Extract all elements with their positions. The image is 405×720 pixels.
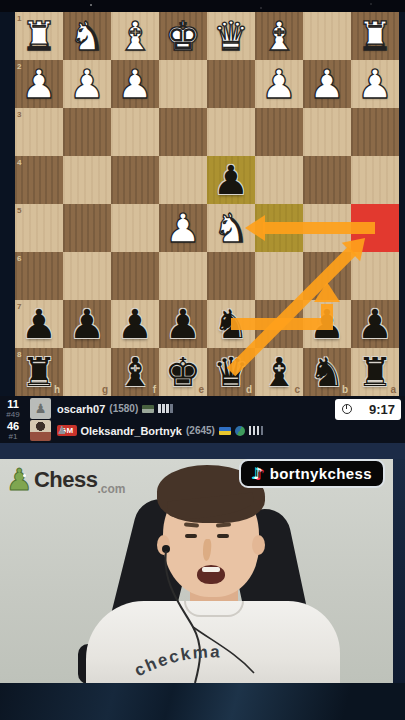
- player-line: oscarh07 (1580): [57, 403, 173, 415]
- file-label: f: [153, 384, 156, 395]
- square-f3[interactable]: [111, 108, 159, 156]
- clock-white-active: 9:17: [335, 399, 401, 420]
- ukraine-flag-icon: [219, 427, 231, 435]
- piece-bQ-d8[interactable]: ♛: [213, 348, 249, 396]
- chesscom-brand-text: Chess: [34, 465, 98, 495]
- square-f5[interactable]: [111, 204, 159, 252]
- rank-label: 2: [17, 62, 21, 71]
- square-d4[interactable]: ♟: [207, 156, 255, 204]
- piece-bP-e7[interactable]: ♟: [165, 300, 201, 348]
- square-g5[interactable]: [63, 204, 111, 252]
- square-e5[interactable]: ♟: [159, 204, 207, 252]
- square-e7[interactable]: ♟: [159, 300, 207, 348]
- clock-time: 9:17: [369, 402, 395, 417]
- piece-bP-d4[interactable]: ♟: [213, 156, 249, 204]
- square-h7[interactable]: 7♟: [15, 300, 63, 348]
- chesscom-tld-text: .com: [97, 474, 125, 504]
- right-background-strip: [393, 459, 405, 683]
- square-b5[interactable]: [303, 204, 351, 252]
- file-label: h: [54, 384, 60, 395]
- piece-wP-e5[interactable]: ♟: [165, 204, 201, 252]
- square-h4[interactable]: 4: [15, 156, 63, 204]
- square-e6[interactable]: [159, 252, 207, 300]
- square-f7[interactable]: ♟: [111, 300, 159, 348]
- score-value: 46: [0, 421, 26, 432]
- piece-bK-e8[interactable]: ♚: [165, 348, 201, 396]
- connection-bars-icon: [158, 404, 173, 413]
- earbud-icon: [162, 545, 170, 553]
- avatar-pawn-icon: ♟: [35, 402, 47, 415]
- chesscom-logo: ♟ Chess .com: [6, 465, 125, 504]
- piece-bP-a7[interactable]: ♟: [357, 300, 393, 348]
- top-background-band: [0, 0, 405, 12]
- file-label: e: [198, 384, 204, 395]
- square-a1[interactable]: ♜: [351, 12, 399, 60]
- square-b8[interactable]: b♞: [303, 348, 351, 396]
- chess-board: 1♜♞♝♚♛♝♜2♟♟♟♟♟♟34♟5♟♞67♟♟♟♟♞♟♟8h♜gf♝e♚d♛…: [15, 12, 399, 396]
- square-a3[interactable]: [351, 108, 399, 156]
- score-column: 46 #1: [0, 421, 26, 441]
- piece-wB-c1[interactable]: ♝: [261, 12, 297, 60]
- square-f4[interactable]: [111, 156, 159, 204]
- square-f1[interactable]: ♝: [111, 12, 159, 60]
- square-g7[interactable]: ♟: [63, 300, 111, 348]
- square-a8[interactable]: a♜: [351, 348, 399, 396]
- square-g4[interactable]: [63, 156, 111, 204]
- piece-wP-h2[interactable]: ♟: [21, 60, 57, 108]
- piece-bP-h7[interactable]: ♟: [21, 300, 57, 348]
- rank-label: 3: [17, 110, 21, 119]
- square-b3[interactable]: [303, 108, 351, 156]
- player-info-bars: 11 #49 ♟ oscarh07 (1580) 9:17 46 #1: [0, 396, 405, 443]
- piece-wP-f2[interactable]: ♟: [117, 60, 153, 108]
- video-frame: 1♜♞♝♚♛♝♜2♟♟♟♟♟♟34♟5♟♞67♟♟♟♟♞♟♟8h♜gf♝e♚d♛…: [0, 0, 405, 720]
- tiktok-handle: bortnykchess: [270, 465, 372, 482]
- piece-wK-e1[interactable]: ♚: [165, 12, 201, 60]
- square-f2[interactable]: ♟: [111, 60, 159, 108]
- square-g8[interactable]: g: [63, 348, 111, 396]
- square-d3[interactable]: [207, 108, 255, 156]
- piece-bP-f7[interactable]: ♟: [117, 300, 153, 348]
- square-c4[interactable]: [255, 156, 303, 204]
- piece-wP-c2[interactable]: ♟: [261, 60, 297, 108]
- square-b6[interactable]: [303, 252, 351, 300]
- white-side-pawn-icon: ♟: [57, 425, 67, 436]
- player-rating: (2645): [186, 425, 215, 436]
- player-rating: (1580): [109, 403, 138, 414]
- leaderboard-rank: #49: [0, 411, 26, 419]
- square-d5[interactable]: ♞: [207, 204, 255, 252]
- eye: [217, 534, 229, 538]
- rank-label: 6: [17, 254, 21, 263]
- square-b4[interactable]: [303, 156, 351, 204]
- square-h5[interactable]: 5: [15, 204, 63, 252]
- piece-wN-g1[interactable]: ♞: [69, 12, 105, 60]
- square-d8[interactable]: d♛: [207, 348, 255, 396]
- star-dot: [370, 3, 372, 5]
- square-e2[interactable]: [159, 60, 207, 108]
- square-e4[interactable]: [159, 156, 207, 204]
- globe-league-icon: [235, 426, 245, 436]
- tshirt-collar: [184, 601, 244, 617]
- square-f6[interactable]: [111, 252, 159, 300]
- rank-label: 5: [17, 206, 21, 215]
- player-line: GM Oleksandr_Bortnyk (2645): [57, 425, 263, 437]
- piece-bB-f8[interactable]: ♝: [117, 348, 153, 396]
- square-c7[interactable]: [255, 300, 303, 348]
- square-a6[interactable]: [351, 252, 399, 300]
- piece-bR-h8[interactable]: ♜: [21, 348, 57, 396]
- piece-bN-b8[interactable]: ♞: [309, 348, 345, 396]
- square-h2[interactable]: 2♟: [15, 60, 63, 108]
- file-label: d: [246, 384, 252, 395]
- board-grid: 1♜♞♝♚♛♝♜2♟♟♟♟♟♟34♟5♟♞67♟♟♟♟♞♟♟8h♜gf♝e♚d♛…: [15, 12, 399, 396]
- piece-bN-d7[interactable]: ♞: [213, 300, 249, 348]
- square-c5[interactable]: [255, 204, 303, 252]
- piece-wP-g2[interactable]: ♟: [69, 60, 105, 108]
- tiktok-note-icon: ♪: [252, 466, 262, 482]
- ear: [252, 535, 265, 555]
- piece-wN-d5[interactable]: ♞: [213, 204, 249, 252]
- square-d7[interactable]: ♞: [207, 300, 255, 348]
- clock-icon: [342, 404, 352, 414]
- square-c6[interactable]: [255, 252, 303, 300]
- avatar: [30, 420, 51, 441]
- square-h1[interactable]: 1♜: [15, 12, 63, 60]
- tiktok-badge: ♪ bortnykchess: [239, 459, 385, 488]
- square-g1[interactable]: ♞: [63, 12, 111, 60]
- connection-bars-icon: [249, 426, 264, 435]
- player-name: oscarh07: [57, 403, 105, 415]
- rank-label: 1: [17, 14, 21, 23]
- square-c2[interactable]: ♟: [255, 60, 303, 108]
- country-flag-icon: [142, 405, 154, 413]
- score-value: 11: [0, 399, 26, 410]
- file-label: a: [390, 384, 396, 395]
- piece-wR-h1[interactable]: ♜: [21, 12, 57, 60]
- score-column: 11 #49: [0, 399, 26, 419]
- square-e3[interactable]: [159, 108, 207, 156]
- piece-wR-a1[interactable]: ♜: [357, 12, 393, 60]
- square-e8[interactable]: e♚: [159, 348, 207, 396]
- piece-bR-a8[interactable]: ♜: [357, 348, 393, 396]
- square-b2[interactable]: ♟: [303, 60, 351, 108]
- file-label: g: [102, 384, 108, 395]
- piece-wP-b2[interactable]: ♟: [309, 60, 345, 108]
- square-a4[interactable]: [351, 156, 399, 204]
- square-c1[interactable]: ♝: [255, 12, 303, 60]
- square-g6[interactable]: [63, 252, 111, 300]
- star-dot: [90, 4, 92, 6]
- webcam-view: checkma ♟ Chess .com ♪ bortnykchess: [0, 459, 393, 683]
- square-a2[interactable]: ♟: [351, 60, 399, 108]
- square-c8[interactable]: c♝: [255, 348, 303, 396]
- player-name: Oleksandr_Bortnyk: [81, 425, 182, 437]
- square-a5[interactable]: [351, 204, 399, 252]
- bottom-foreground-strip: [0, 683, 405, 720]
- square-f8[interactable]: f♝: [111, 348, 159, 396]
- rank-label: 8: [17, 350, 21, 359]
- teeth: [202, 567, 220, 572]
- avatar: ♟: [30, 398, 51, 419]
- rank-label: 7: [17, 302, 21, 311]
- square-h8[interactable]: 8h♜: [15, 348, 63, 396]
- square-h6[interactable]: 6: [15, 252, 63, 300]
- square-d6[interactable]: [207, 252, 255, 300]
- background-band: [0, 443, 405, 459]
- piece-wB-f1[interactable]: ♝: [117, 12, 153, 60]
- player-row-top: 11 #49 ♟ oscarh07 (1580) 9:17: [0, 397, 405, 420]
- square-g3[interactable]: [63, 108, 111, 156]
- piece-bP-g7[interactable]: ♟: [69, 300, 105, 348]
- square-a7[interactable]: ♟: [351, 300, 399, 348]
- piece-bP-b7[interactable]: ♟: [309, 300, 345, 348]
- piece-wP-a2[interactable]: ♟: [357, 60, 393, 108]
- piece-wQ-d1[interactable]: ♛: [213, 12, 249, 60]
- leaderboard-rank: #1: [0, 433, 26, 441]
- file-label: b: [342, 384, 348, 395]
- chesscom-pawn-mascot-icon: ♟: [6, 465, 33, 495]
- star-dot: [260, 7, 262, 9]
- eye: [185, 534, 197, 538]
- square-b1[interactable]: [303, 12, 351, 60]
- square-h3[interactable]: 3: [15, 108, 63, 156]
- square-e1[interactable]: ♚: [159, 12, 207, 60]
- square-d2[interactable]: [207, 60, 255, 108]
- square-b7[interactable]: ♟: [303, 300, 351, 348]
- square-c3[interactable]: [255, 108, 303, 156]
- file-label: c: [294, 384, 300, 395]
- piece-bB-c8[interactable]: ♝: [261, 348, 297, 396]
- rank-label: 4: [17, 158, 21, 167]
- square-g2[interactable]: ♟: [63, 60, 111, 108]
- square-d1[interactable]: ♛: [207, 12, 255, 60]
